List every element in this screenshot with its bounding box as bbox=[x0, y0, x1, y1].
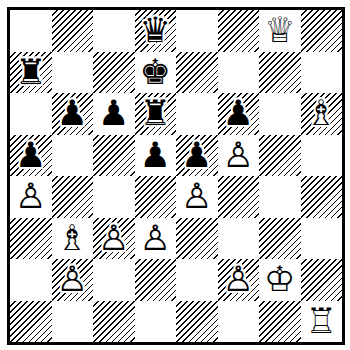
square-b2[interactable]: ♟♙ bbox=[52, 259, 94, 301]
square-f6[interactable]: ♟♟ bbox=[218, 93, 260, 135]
square-e2[interactable] bbox=[176, 259, 218, 301]
square-f7[interactable] bbox=[218, 52, 260, 94]
white-pawn[interactable]: ♟♙ bbox=[52, 259, 94, 301]
square-b7[interactable] bbox=[52, 52, 94, 94]
piece-glyph: ♟ bbox=[52, 93, 94, 135]
square-g4[interactable] bbox=[259, 176, 301, 218]
square-e5[interactable]: ♟♟ bbox=[176, 135, 218, 177]
square-h7[interactable] bbox=[301, 52, 343, 94]
square-e4[interactable]: ♟♙ bbox=[176, 176, 218, 218]
square-h4[interactable] bbox=[301, 176, 343, 218]
square-b1[interactable] bbox=[52, 301, 94, 343]
square-c7[interactable] bbox=[93, 52, 135, 94]
square-b4[interactable] bbox=[52, 176, 94, 218]
square-f2[interactable]: ♟♙ bbox=[218, 259, 260, 301]
black-pawn[interactable]: ♟♟ bbox=[135, 135, 177, 177]
piece-glyph: ♟ bbox=[93, 93, 135, 135]
square-d3[interactable]: ♟♙ bbox=[135, 218, 177, 260]
piece-glyph: ♛ bbox=[135, 10, 177, 52]
square-a3[interactable] bbox=[10, 218, 52, 260]
square-g8[interactable]: ♛♕ bbox=[259, 10, 301, 52]
square-h5[interactable] bbox=[301, 135, 343, 177]
black-pawn[interactable]: ♟♟ bbox=[93, 93, 135, 135]
square-a4[interactable]: ♟♙ bbox=[10, 176, 52, 218]
piece-glyph: ♙ bbox=[93, 218, 135, 260]
piece-glyph: ♟ bbox=[10, 135, 52, 177]
square-e1[interactable] bbox=[176, 301, 218, 343]
white-bishop[interactable]: ♝♗ bbox=[52, 218, 94, 260]
square-c5[interactable] bbox=[93, 135, 135, 177]
white-pawn[interactable]: ♟♙ bbox=[218, 259, 260, 301]
white-pawn[interactable]: ♟♙ bbox=[93, 218, 135, 260]
square-b5[interactable] bbox=[52, 135, 94, 177]
piece-glyph: ♚ bbox=[135, 52, 177, 94]
square-a8[interactable] bbox=[10, 10, 52, 52]
square-c2[interactable] bbox=[93, 259, 135, 301]
black-pawn[interactable]: ♟♟ bbox=[176, 135, 218, 177]
piece-glyph: ♙ bbox=[218, 259, 260, 301]
chess-board: ♛♛♛♕♜♜♚♚♟♟♟♟♜♜♟♟♝♗♟♟♟♟♟♟♟♙♟♙♟♙♝♗♟♙♟♙♟♙♟♙… bbox=[7, 7, 345, 345]
white-pawn[interactable]: ♟♙ bbox=[10, 176, 52, 218]
piece-glyph: ♗ bbox=[52, 218, 94, 260]
square-b6[interactable]: ♟♟ bbox=[52, 93, 94, 135]
square-c6[interactable]: ♟♟ bbox=[93, 93, 135, 135]
square-a6[interactable] bbox=[10, 93, 52, 135]
square-a2[interactable] bbox=[10, 259, 52, 301]
piece-glyph: ♜ bbox=[10, 52, 52, 94]
square-a7[interactable]: ♜♜ bbox=[10, 52, 52, 94]
piece-glyph: ♙ bbox=[176, 176, 218, 218]
square-f1[interactable] bbox=[218, 301, 260, 343]
black-rook[interactable]: ♜♜ bbox=[135, 93, 177, 135]
square-h8[interactable] bbox=[301, 10, 343, 52]
piece-glyph: ♜ bbox=[135, 93, 177, 135]
white-bishop[interactable]: ♝♗ bbox=[301, 93, 343, 135]
square-c4[interactable] bbox=[93, 176, 135, 218]
square-a1[interactable] bbox=[10, 301, 52, 343]
piece-glyph: ♙ bbox=[52, 259, 94, 301]
square-h3[interactable] bbox=[301, 218, 343, 260]
square-d4[interactable] bbox=[135, 176, 177, 218]
square-d1[interactable] bbox=[135, 301, 177, 343]
black-king[interactable]: ♚♚ bbox=[135, 52, 177, 94]
white-pawn[interactable]: ♟♙ bbox=[135, 218, 177, 260]
square-a5[interactable]: ♟♟ bbox=[10, 135, 52, 177]
square-f8[interactable] bbox=[218, 10, 260, 52]
piece-glyph: ♟ bbox=[218, 93, 260, 135]
piece-glyph: ♙ bbox=[218, 135, 260, 177]
black-pawn[interactable]: ♟♟ bbox=[52, 93, 94, 135]
square-f4[interactable] bbox=[218, 176, 260, 218]
black-pawn[interactable]: ♟♟ bbox=[218, 93, 260, 135]
white-rook[interactable]: ♜♖ bbox=[301, 301, 343, 343]
piece-glyph: ♗ bbox=[301, 93, 343, 135]
white-queen[interactable]: ♛♕ bbox=[259, 10, 301, 52]
square-d7[interactable]: ♚♚ bbox=[135, 52, 177, 94]
square-g6[interactable] bbox=[259, 93, 301, 135]
piece-glyph: ♙ bbox=[135, 218, 177, 260]
square-d6[interactable]: ♜♜ bbox=[135, 93, 177, 135]
square-d8[interactable]: ♛♛ bbox=[135, 10, 177, 52]
black-pawn[interactable]: ♟♟ bbox=[10, 135, 52, 177]
square-h2[interactable] bbox=[301, 259, 343, 301]
black-queen[interactable]: ♛♛ bbox=[135, 10, 177, 52]
square-f5[interactable]: ♟♙ bbox=[218, 135, 260, 177]
square-g2[interactable]: ♚♔ bbox=[259, 259, 301, 301]
square-e6[interactable] bbox=[176, 93, 218, 135]
square-d2[interactable] bbox=[135, 259, 177, 301]
square-h1[interactable]: ♜♖ bbox=[301, 301, 343, 343]
piece-glyph: ♙ bbox=[10, 176, 52, 218]
square-h6[interactable]: ♝♗ bbox=[301, 93, 343, 135]
square-g5[interactable] bbox=[259, 135, 301, 177]
white-pawn[interactable]: ♟♙ bbox=[176, 176, 218, 218]
square-g1[interactable] bbox=[259, 301, 301, 343]
square-e3[interactable] bbox=[176, 218, 218, 260]
square-b3[interactable]: ♝♗ bbox=[52, 218, 94, 260]
piece-glyph: ♟ bbox=[135, 135, 177, 177]
white-king[interactable]: ♚♔ bbox=[259, 259, 301, 301]
square-c1[interactable] bbox=[93, 301, 135, 343]
square-e7[interactable] bbox=[176, 52, 218, 94]
black-rook[interactable]: ♜♜ bbox=[10, 52, 52, 94]
square-f3[interactable] bbox=[218, 218, 260, 260]
piece-glyph: ♖ bbox=[301, 301, 343, 343]
piece-glyph: ♕ bbox=[259, 10, 301, 52]
square-c3[interactable]: ♟♙ bbox=[93, 218, 135, 260]
square-g7[interactable] bbox=[259, 52, 301, 94]
piece-glyph: ♔ bbox=[259, 259, 301, 301]
square-g3[interactable] bbox=[259, 218, 301, 260]
square-b8[interactable] bbox=[52, 10, 94, 52]
square-e8[interactable] bbox=[176, 10, 218, 52]
piece-glyph: ♟ bbox=[176, 135, 218, 177]
square-d5[interactable]: ♟♟ bbox=[135, 135, 177, 177]
white-pawn[interactable]: ♟♙ bbox=[218, 135, 260, 177]
square-c8[interactable] bbox=[93, 10, 135, 52]
